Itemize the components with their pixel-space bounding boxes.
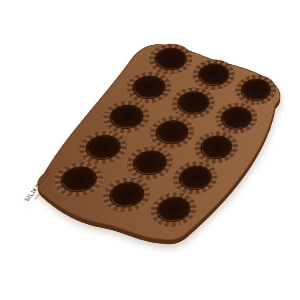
chocolate-mold: SILIKOMART MADE IN ITALY bbox=[12, 29, 297, 253]
mold-shadow: SILIKOMART MADE IN ITALY bbox=[0, 0, 300, 300]
product-photo: SILIKOMART MADE IN ITALY bbox=[0, 0, 300, 300]
mold-perspective-wrapper: SILIKOMART MADE IN ITALY bbox=[12, 29, 297, 253]
